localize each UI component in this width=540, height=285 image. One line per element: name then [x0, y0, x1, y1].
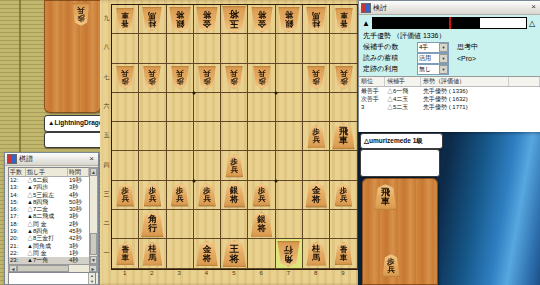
kifu-move-row[interactable]: 18:△同 金2秒 [9, 221, 89, 228]
col-eval: 形勢（評価値） [421, 77, 509, 86]
board-square[interactable] [330, 210, 357, 239]
board-square[interactable]: 桂馬 [139, 5, 166, 34]
candidate-move-row[interactable]: 次善手△4二玉先手優勢 ( 1632) [359, 95, 540, 103]
sente-mark: ▲ [362, 19, 370, 28]
board-square[interactable]: 桂馬 [303, 239, 330, 268]
board-square[interactable]: 香車 [330, 5, 357, 34]
file-label: 9 [329, 270, 356, 276]
board-square[interactable]: 歩兵 [112, 64, 139, 93]
board-square[interactable] [221, 210, 248, 239]
board-square[interactable] [139, 93, 166, 122]
file-label: 5 [220, 270, 247, 276]
shogi-piece-玉将[interactable]: 玉将 [222, 6, 246, 33]
board-square[interactable]: 王将 [221, 239, 248, 268]
evaluation-bar-row: ▲ △ [362, 17, 537, 29]
gote-name-plate: △umurizemede 1級 [360, 133, 443, 149]
board-square[interactable]: 歩兵 [221, 64, 248, 93]
board-square[interactable] [248, 93, 275, 122]
shogi-piece-歩兵[interactable]: 歩兵 [335, 183, 353, 206]
scroll-right-icon[interactable]: ► [89, 265, 97, 272]
kifu-window-icon [7, 154, 17, 164]
board-square[interactable]: 金将 [248, 5, 275, 34]
board-square[interactable]: 歩兵 [248, 181, 275, 210]
shogi-piece-角行[interactable]: 角行 [277, 241, 300, 267]
sente-info-box [44, 132, 106, 148]
shogi-piece-歩兵[interactable]: 歩兵 [72, 3, 90, 26]
shogi-piece-歩兵[interactable]: 歩兵 [307, 125, 325, 148]
kifu-move-row[interactable]: 13:▲7四歩3秒 [9, 184, 89, 191]
board-square[interactable] [330, 151, 357, 180]
rank-label: 五 [102, 121, 111, 150]
shogi-piece-銀将[interactable]: 銀将 [223, 182, 245, 207]
shogi-piece-香車[interactable]: 香車 [335, 8, 353, 31]
kifu-col-moveno: 手数 [9, 168, 26, 176]
shogi-piece-飛車[interactable]: 飛車 [332, 123, 355, 149]
kifu-window-title: 棋譜 [19, 154, 87, 164]
board-square[interactable] [330, 93, 357, 122]
board-square[interactable]: 歩兵 [303, 64, 330, 93]
board-square[interactable]: 角行 [276, 239, 303, 268]
kifu-move-row[interactable]: 12:△6二銀19秒 [9, 177, 89, 184]
shogi-piece-桂馬[interactable]: 桂馬 [142, 242, 162, 266]
kifu-move-row[interactable]: 21:▲同角成3秒 [9, 243, 89, 250]
scroll-up-icon[interactable]: ▲ [89, 273, 95, 278]
gote-mark: △ [529, 19, 537, 28]
evaluation-bar [372, 17, 527, 29]
file-label: 4 [193, 270, 220, 276]
shogi-piece-桂馬[interactable]: 桂馬 [306, 242, 326, 266]
candidate-move-row[interactable]: 最善手△6一飛先手優勢 ( 1336) [359, 87, 540, 95]
hoshi-dot [192, 179, 195, 182]
dropdown-arrow-icon[interactable]: ▼ [439, 65, 448, 74]
shogi-piece-銀将[interactable]: 銀将 [251, 212, 273, 237]
shogi-piece-飛車[interactable]: 飛車 [374, 184, 397, 210]
board-square[interactable] [139, 34, 166, 63]
board-square[interactable] [276, 210, 303, 239]
kifu-move-row[interactable]: 17:▲8二飛成3秒 [9, 213, 89, 220]
shogi-piece-歩兵[interactable]: 歩兵 [382, 254, 400, 277]
board-square[interactable]: 桂馬 [303, 5, 330, 34]
shogi-piece-歩兵[interactable]: 歩兵 [253, 66, 271, 89]
shogi-piece-香車[interactable]: 香車 [116, 8, 134, 31]
shogi-piece-歩兵[interactable]: 歩兵 [225, 154, 243, 177]
board-square[interactable] [248, 151, 275, 180]
board-square[interactable]: 銀将 [248, 210, 275, 239]
shogi-piece-歩兵[interactable]: 歩兵 [171, 66, 189, 89]
board-square[interactable]: 香車 [112, 5, 139, 34]
shogi-piece-歩兵[interactable]: 歩兵 [198, 66, 216, 89]
shogi-piece-金将[interactable]: 金将 [196, 7, 218, 32]
option-label: 定跡の利用 [363, 64, 413, 74]
kifu-table-header: 手数 指し手 時間 [9, 168, 89, 177]
kifu-move-row[interactable]: 16:△7二金30秒 [9, 206, 89, 213]
hoshi-dot [274, 179, 277, 182]
shogi-piece-歩兵[interactable]: 歩兵 [171, 183, 189, 206]
evaluation-bar-centerline [449, 17, 451, 29]
board-square[interactable] [303, 151, 330, 180]
scroll-down-icon[interactable]: ▼ [89, 279, 95, 284]
board-square[interactable]: 飛車 [330, 122, 357, 151]
board-square[interactable] [139, 151, 166, 180]
board-square[interactable]: 歩兵 [221, 151, 248, 180]
shogi-piece-金将[interactable]: 金将 [305, 182, 327, 207]
option-dropdown[interactable]: 4手▼ [417, 42, 449, 53]
board-square[interactable] [248, 239, 275, 268]
rank-label: 九 [102, 4, 111, 33]
board-square[interactable]: 香車 [330, 239, 357, 268]
board-square[interactable] [167, 93, 194, 122]
option-label: 読みの蓄積 [363, 53, 413, 63]
shogi-piece-歩兵[interactable]: 歩兵 [225, 66, 243, 89]
board-square[interactable] [167, 34, 194, 63]
scroll-left-icon[interactable]: ◄ [9, 265, 17, 272]
board-square[interactable] [248, 122, 275, 151]
board-square[interactable]: 歩兵 [139, 181, 166, 210]
analysis-option-row: 定跡の利用無し▼ [363, 64, 449, 74]
shogi-piece-歩兵[interactable]: 歩兵 [253, 183, 271, 206]
kifu-col-move: 指し手 [26, 168, 68, 176]
gote-komadai: 飛車歩兵 [362, 178, 438, 285]
dropdown-arrow-icon[interactable]: ▼ [439, 54, 448, 63]
shogi-piece-歩兵[interactable]: 歩兵 [198, 183, 216, 206]
analysis-titlebar[interactable]: 検討 × [359, 1, 540, 15]
rank-label: 二 [102, 209, 111, 238]
col-candidate: 候補手 [385, 77, 421, 86]
board-square[interactable]: 角行 [139, 210, 166, 239]
option-dropdown[interactable]: 活用▼ [417, 53, 449, 64]
gote-name-label: △umurizemede 1級 [364, 137, 423, 146]
shogi-piece-金将[interactable]: 金将 [196, 241, 218, 266]
board-square[interactable] [276, 122, 303, 151]
kifu-move-row[interactable]: 20:△8三金打42秒 [9, 235, 89, 242]
board-square[interactable]: 歩兵 [194, 64, 221, 93]
sente-komadai: 歩兵 [44, 0, 101, 113]
board-square[interactable] [303, 93, 330, 122]
board-square[interactable] [276, 34, 303, 63]
shogi-piece-金将[interactable]: 金将 [251, 7, 273, 32]
board-square[interactable] [221, 122, 248, 151]
rank-label: 四 [102, 150, 111, 179]
analysis-option-row: 読みの蓄積活用▼<Pro> [363, 53, 476, 63]
board-square[interactable]: 金将 [194, 5, 221, 34]
rank-label: 三 [102, 180, 111, 209]
analysis-option-row: 候補手の数4手▼思考中 [363, 42, 478, 52]
board-square[interactable] [112, 122, 139, 151]
rank-labels: 九八七六五四三二一 [102, 4, 111, 268]
board-square[interactable] [221, 93, 248, 122]
shogi-piece-桂馬[interactable]: 桂馬 [142, 7, 162, 31]
shogi-piece-香車[interactable]: 香車 [335, 242, 353, 265]
board-square[interactable] [112, 93, 139, 122]
board-square[interactable] [167, 210, 194, 239]
board-grid: 香車桂馬銀将金将玉将金将銀将桂馬香車歩兵歩兵歩兵歩兵歩兵歩兵歩兵歩兵歩兵飛車歩兵… [111, 4, 359, 270]
file-label: 1 [111, 270, 138, 276]
kifu-vertical-scrollbar[interactable]: ▲ ▼ [89, 167, 98, 265]
analysis-window-icon [361, 3, 371, 13]
shogi-piece-歩兵[interactable]: 歩兵 [143, 66, 161, 89]
kifu-move-row[interactable]: 15:▲8四飛50秒 [9, 199, 89, 206]
board-square[interactable] [248, 34, 275, 63]
gote-info-box [360, 149, 440, 177]
board-square[interactable]: 歩兵 [330, 181, 357, 210]
board-square[interactable] [276, 151, 303, 180]
file-label: 7 [275, 270, 302, 276]
board-square[interactable]: 銀将 [276, 5, 303, 34]
board-square[interactable] [330, 34, 357, 63]
option-status: 思考中 [457, 42, 478, 52]
col-rank: 順位 [359, 77, 385, 86]
analysis-window-title: 検討 [373, 3, 529, 13]
comment-scrollbar[interactable]: ▲ ▼ [88, 273, 95, 284]
board-square[interactable] [276, 64, 303, 93]
rank-label: 六 [102, 92, 111, 121]
scroll-up-icon[interactable]: ▲ [90, 168, 97, 176]
shogi-piece-王将[interactable]: 王将 [222, 240, 246, 267]
shogi-piece-歩兵[interactable]: 歩兵 [307, 66, 325, 89]
board-square[interactable]: 香車 [112, 239, 139, 268]
board-square[interactable]: 玉将 [221, 5, 248, 34]
kifu-window: 棋譜 × 手数 指し手 時間 12:△6二銀19秒13:▲7四歩3秒14:△5三… [4, 152, 99, 285]
shogi-piece-歩兵[interactable]: 歩兵 [335, 66, 353, 89]
shogi-piece-歩兵[interactable]: 歩兵 [143, 183, 161, 206]
kifu-vscroll-thumb[interactable] [90, 233, 97, 255]
board-square[interactable]: 歩兵 [139, 64, 166, 93]
analysis-window: 検討 × ▲ △ 先手優勢 （評価値 1336） 候補手の数4手▼思考中読みの蓄… [358, 0, 540, 132]
file-label: 6 [247, 270, 274, 276]
evaluation-bar-fill [373, 18, 480, 28]
board-square[interactable] [167, 122, 194, 151]
kifu-titlebar[interactable]: 棋譜 × [5, 153, 98, 166]
board-square[interactable] [112, 210, 139, 239]
kifu-comment-box[interactable]: ▲ ▼ [8, 272, 96, 285]
board-square[interactable]: 銀将 [167, 5, 194, 34]
kifu-move-row[interactable]: 22:△同 金1秒 [9, 250, 89, 257]
hoshi-dot [192, 91, 195, 94]
board-square[interactable]: 歩兵 [330, 64, 357, 93]
board-square[interactable]: 歩兵 [167, 64, 194, 93]
shogi-piece-銀将[interactable]: 銀将 [169, 7, 191, 32]
board-square[interactable] [303, 34, 330, 63]
option-dropdown[interactable]: 無し▼ [417, 64, 449, 75]
board-square[interactable]: 歩兵 [167, 181, 194, 210]
evaluation-text: 先手優勢 （評価値 1336） [363, 31, 445, 41]
hoshi-dot [274, 91, 277, 94]
board-square[interactable]: 歩兵 [112, 181, 139, 210]
kifu-hscroll-thumb[interactable] [17, 265, 69, 272]
shogi-board: 九八七六五四三二一 香車桂馬銀将金将玉将金将銀将桂馬香車歩兵歩兵歩兵歩兵歩兵歩兵… [100, 0, 360, 285]
board-square[interactable] [167, 239, 194, 268]
board-square[interactable] [221, 34, 248, 63]
kifu-move-row[interactable]: 14:△5三銀左4秒 [9, 192, 89, 199]
shogi-piece-角行[interactable]: 角行 [141, 211, 164, 237]
file-labels: 123456789 [111, 270, 357, 276]
file-label: 2 [138, 270, 165, 276]
board-square[interactable]: 歩兵 [303, 122, 330, 151]
shogi-piece-銀将[interactable]: 銀将 [278, 7, 300, 32]
option-status: <Pro> [457, 55, 476, 62]
kifu-move-row[interactable]: 19:▲8四角45秒 [9, 228, 89, 235]
board-square[interactable] [194, 151, 221, 180]
shogi-piece-桂馬[interactable]: 桂馬 [306, 7, 326, 31]
board-square[interactable] [194, 93, 221, 122]
board-square[interactable] [194, 122, 221, 151]
option-label: 候補手の数 [363, 42, 413, 52]
kifu-close-icon[interactable]: × [87, 155, 96, 164]
scroll-down-icon[interactable]: ▼ [90, 256, 97, 264]
board-square[interactable] [167, 151, 194, 180]
rank-label: 七 [102, 63, 111, 92]
board-square[interactable] [276, 93, 303, 122]
candidate-table-header: 順位 候補手 形勢（評価値） [359, 77, 540, 87]
board-square[interactable]: 金将 [303, 181, 330, 210]
board-square[interactable] [139, 122, 166, 151]
board-square[interactable] [276, 181, 303, 210]
board-square[interactable] [194, 210, 221, 239]
file-label: 8 [302, 270, 329, 276]
analysis-close-icon[interactable]: × [529, 3, 538, 12]
file-label: 3 [166, 270, 193, 276]
board-square[interactable] [194, 34, 221, 63]
shogi-app-screen: 歩兵 ▲LightningDragon 初段 棋譜 × 手数 指し手 時間 12… [0, 0, 540, 285]
board-square[interactable]: 歩兵 [248, 64, 275, 93]
board-square[interactable] [112, 151, 139, 180]
candidate-moves-table[interactable]: 順位 候補手 形勢（評価値） 最善手△6一飛先手優勢 ( 1336)次善手△4二… [359, 76, 540, 132]
board-square[interactable]: 桂馬 [139, 239, 166, 268]
board-square[interactable]: 金将 [194, 239, 221, 268]
kifu-move-table[interactable]: 手数 指し手 時間 12:△6二銀19秒13:▲7四歩3秒14:△5三銀左4秒1… [8, 167, 90, 265]
shogi-piece-香車[interactable]: 香車 [116, 242, 134, 265]
shogi-piece-歩兵[interactable]: 歩兵 [116, 66, 134, 89]
col-extra [509, 77, 540, 86]
board-square[interactable] [112, 34, 139, 63]
rank-label: 八 [102, 33, 111, 62]
rank-label: 一 [102, 238, 111, 267]
candidate-move-row[interactable]: 3△5二玉先手優勢 ( 1771) [359, 103, 540, 111]
board-square[interactable]: 銀将 [221, 181, 248, 210]
dropdown-arrow-icon[interactable]: ▼ [439, 43, 448, 52]
board-square[interactable]: 歩兵 [194, 181, 221, 210]
shogi-piece-歩兵[interactable]: 歩兵 [116, 183, 134, 206]
kifu-col-time: 時間 [68, 168, 89, 176]
board-square[interactable] [303, 210, 330, 239]
